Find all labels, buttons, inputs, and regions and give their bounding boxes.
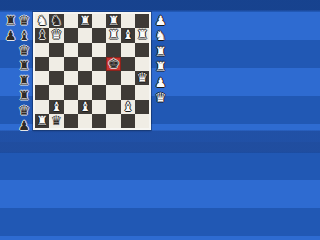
square-c4[interactable]: [64, 71, 78, 85]
white-bishop[interactable]: ♝: [49, 100, 63, 114]
square-a3[interactable]: [35, 85, 49, 99]
square-g7[interactable]: ♝: [121, 28, 135, 42]
square-b2[interactable]: ♝: [49, 100, 63, 114]
square-c7[interactable]: [64, 28, 78, 42]
black-bishop[interactable]: ♝: [35, 28, 49, 42]
square-g3[interactable]: [121, 85, 135, 99]
square-b4[interactable]: [49, 71, 63, 85]
square-g4[interactable]: [121, 71, 135, 85]
square-b8[interactable]: ♞: [49, 14, 63, 28]
square-e3[interactable]: [92, 85, 106, 99]
square-d3[interactable]: [78, 85, 92, 99]
square-f3[interactable]: [106, 85, 120, 99]
square-h5[interactable]: [135, 57, 149, 71]
square-g6[interactable]: [121, 43, 135, 57]
tray-black-queen[interactable]: ♛: [17, 103, 31, 118]
square-d1[interactable]: [78, 114, 92, 128]
square-e4[interactable]: [92, 71, 106, 85]
square-c2[interactable]: [64, 100, 78, 114]
square-h4[interactable]: ♛: [135, 71, 149, 85]
square-e2[interactable]: [92, 100, 106, 114]
tray-black-rook[interactable]: ♜: [17, 73, 31, 88]
white-queen[interactable]: ♛: [135, 71, 149, 85]
white-rook[interactable]: ♜: [35, 114, 49, 128]
square-d7[interactable]: [78, 28, 92, 42]
square-h1[interactable]: [135, 114, 149, 128]
tray-black-rook[interactable]: ♜: [4, 13, 18, 28]
white-rook[interactable]: ♜: [106, 28, 120, 42]
square-f1[interactable]: [106, 114, 120, 128]
square-a5[interactable]: [35, 57, 49, 71]
square-h8[interactable]: [135, 14, 149, 28]
tray-white-rook[interactable]: ♜: [154, 44, 168, 59]
square-b3[interactable]: [49, 85, 63, 99]
square-h7[interactable]: ♜: [135, 28, 149, 42]
square-b5[interactable]: [49, 57, 63, 71]
square-f4[interactable]: [106, 71, 120, 85]
square-b1[interactable]: ♛: [49, 114, 63, 128]
square-d8[interactable]: ♜: [78, 14, 92, 28]
white-rook[interactable]: ♜: [135, 28, 149, 42]
tray-white-knight[interactable]: ♞: [154, 28, 168, 43]
square-b7[interactable]: ♛: [49, 28, 63, 42]
square-d6[interactable]: [78, 43, 92, 57]
square-c5[interactable]: [64, 57, 78, 71]
tray-black-pawn[interactable]: ♟: [17, 118, 31, 133]
white-bishop[interactable]: ♝: [78, 100, 92, 114]
square-g8[interactable]: [121, 14, 135, 28]
square-b6[interactable]: [49, 43, 63, 57]
square-a6[interactable]: [35, 43, 49, 57]
square-f6[interactable]: [106, 43, 120, 57]
white-knight[interactable]: ♞: [35, 14, 49, 28]
chess-board: ♞♞♜♜♝♛♜♝♜♚♛♝♝♝♜♛: [33, 12, 151, 130]
tray-white-rook[interactable]: ♜: [154, 59, 168, 74]
black-queen[interactable]: ♛: [49, 114, 63, 128]
square-a7[interactable]: ♝: [35, 28, 49, 42]
square-h2[interactable]: [135, 100, 149, 114]
tray-black-queen[interactable]: ♛: [17, 43, 31, 58]
tray-white-pawn[interactable]: ♟: [154, 75, 168, 90]
square-d2[interactable]: ♝: [78, 100, 92, 114]
square-a4[interactable]: [35, 71, 49, 85]
square-c1[interactable]: [64, 114, 78, 128]
tray-black-rook[interactable]: ♜: [17, 58, 31, 73]
square-g5[interactable]: [121, 57, 135, 71]
white-rook[interactable]: ♜: [78, 14, 92, 28]
square-f2[interactable]: [106, 100, 120, 114]
white-bishop[interactable]: ♝: [121, 100, 135, 114]
square-e5[interactable]: [92, 57, 106, 71]
tray-black-queen[interactable]: ♛: [17, 13, 31, 28]
tray-black-bishop[interactable]: ♝: [17, 28, 31, 43]
square-d5[interactable]: [78, 57, 92, 71]
square-g2[interactable]: ♝: [121, 100, 135, 114]
black-knight[interactable]: ♞: [49, 14, 63, 28]
square-e6[interactable]: [92, 43, 106, 57]
square-c8[interactable]: [64, 14, 78, 28]
square-f8[interactable]: ♜: [106, 14, 120, 28]
square-c3[interactable]: [64, 85, 78, 99]
square-c6[interactable]: [64, 43, 78, 57]
square-f7[interactable]: ♜: [106, 28, 120, 42]
square-e1[interactable]: [92, 114, 106, 128]
square-h6[interactable]: [135, 43, 149, 57]
square-h3[interactable]: [135, 85, 149, 99]
square-d4[interactable]: [78, 71, 92, 85]
tray-black-pawn[interactable]: ♟: [4, 28, 18, 43]
white-rook[interactable]: ♜: [106, 14, 120, 28]
square-e7[interactable]: [92, 28, 106, 42]
white-queen[interactable]: ♛: [49, 28, 63, 42]
white-bishop[interactable]: ♝: [121, 28, 135, 42]
black-king[interactable]: ♚: [106, 57, 120, 71]
square-a8[interactable]: ♞: [35, 14, 49, 28]
square-e8[interactable]: [92, 14, 106, 28]
square-f5[interactable]: ♚: [106, 57, 120, 71]
tray-white-pawn[interactable]: ♟: [154, 13, 168, 28]
tray-white-queen[interactable]: ♛: [154, 90, 168, 105]
square-a1[interactable]: ♜: [35, 114, 49, 128]
square-g1[interactable]: [121, 114, 135, 128]
tray-black-rook[interactable]: ♜: [17, 88, 31, 103]
square-a2[interactable]: [35, 100, 49, 114]
